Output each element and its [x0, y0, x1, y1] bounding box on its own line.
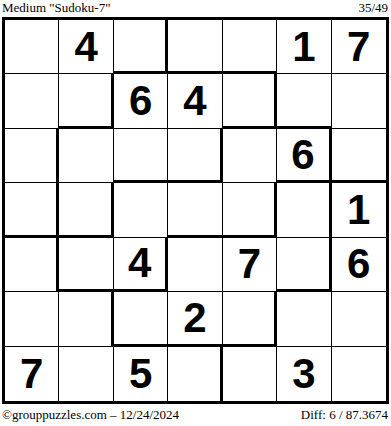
cell-r4c5[interactable]	[223, 183, 277, 237]
cell-r3c5[interactable]	[223, 129, 277, 183]
cell-r7c4[interactable]	[168, 347, 222, 401]
cell-r1c1[interactable]	[5, 20, 59, 74]
header: Medium "Sudoku-7" 35/49	[2, 0, 388, 15]
cell-r1c2[interactable]: 4	[59, 20, 113, 74]
cell-r3c6[interactable]: 6	[277, 129, 331, 183]
cell-r6c6[interactable]	[277, 292, 331, 346]
cell-r1c4[interactable]	[168, 20, 222, 74]
cell-r6c2[interactable]	[59, 292, 113, 346]
cell-r4c2[interactable]	[59, 183, 113, 237]
cell-r1c3[interactable]	[114, 20, 168, 74]
cell-r3c2[interactable]	[59, 129, 113, 183]
cell-r6c5[interactable]	[223, 292, 277, 346]
cell-r6c1[interactable]	[5, 292, 59, 346]
cell-r6c4[interactable]: 2	[168, 292, 222, 346]
cell-r2c5[interactable]	[223, 74, 277, 128]
cell-r3c1[interactable]	[5, 129, 59, 183]
cell-r6c7[interactable]	[332, 292, 386, 346]
cell-r7c7[interactable]	[332, 347, 386, 401]
cell-r5c4[interactable]	[168, 238, 222, 292]
cell-r4c4[interactable]	[168, 183, 222, 237]
cell-r7c2[interactable]	[59, 347, 113, 401]
cell-r4c1[interactable]	[5, 183, 59, 237]
cell-r3c7[interactable]	[332, 129, 386, 183]
cell-r1c6[interactable]: 1	[277, 20, 331, 74]
cell-r4c3[interactable]	[114, 183, 168, 237]
cell-r4c6[interactable]	[277, 183, 331, 237]
footer-copyright: ©grouppuzzles.com – 12/24/2024	[2, 407, 179, 422]
cell-r4c7[interactable]: 1	[332, 183, 386, 237]
cell-r7c6[interactable]: 3	[277, 347, 331, 401]
footer: ©grouppuzzles.com – 12/24/2024 Diff: 6 /…	[2, 407, 388, 422]
cell-r2c1[interactable]	[5, 74, 59, 128]
cell-r1c5[interactable]	[223, 20, 277, 74]
progress-counter: 35/49	[358, 0, 388, 15]
cell-r7c3[interactable]: 5	[114, 347, 168, 401]
cell-r5c6[interactable]	[277, 238, 331, 292]
puzzle-title: Medium "Sudoku-7"	[2, 0, 110, 15]
cell-r5c3[interactable]: 4	[114, 238, 168, 292]
cell-r6c3[interactable]	[114, 292, 168, 346]
cell-r7c1[interactable]: 7	[5, 347, 59, 401]
cell-r3c4[interactable]	[168, 129, 222, 183]
cell-r3c3[interactable]	[114, 129, 168, 183]
cell-r7c5[interactable]	[223, 347, 277, 401]
cell-r1c7[interactable]: 7	[332, 20, 386, 74]
cell-r2c6[interactable]	[277, 74, 331, 128]
sudoku-board: 41764614762753	[2, 17, 389, 404]
footer-diff: Diff: 6 / 87.3674	[301, 407, 388, 422]
cell-r5c2[interactable]	[59, 238, 113, 292]
cell-r2c2[interactable]	[59, 74, 113, 128]
cell-r5c5[interactable]: 7	[223, 238, 277, 292]
cell-r5c1[interactable]	[5, 238, 59, 292]
cell-r5c7[interactable]: 6	[332, 238, 386, 292]
cell-r2c3[interactable]: 6	[114, 74, 168, 128]
cell-r2c4[interactable]: 4	[168, 74, 222, 128]
cell-r2c7[interactable]	[332, 74, 386, 128]
